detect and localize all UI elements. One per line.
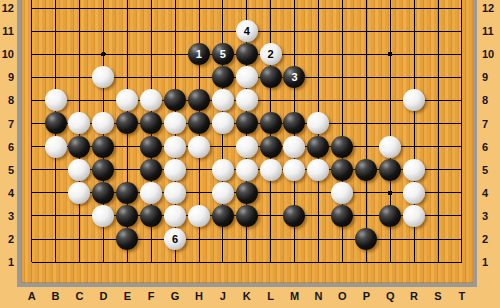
- black-stone-M7[interactable]: [283, 112, 305, 134]
- move-number-label: 1: [196, 43, 202, 65]
- white-stone-E8[interactable]: [116, 89, 138, 111]
- intersection-L6: [259, 135, 283, 158]
- row-label-right-9: 9: [482, 70, 500, 84]
- black-stone-G8[interactable]: [164, 89, 186, 111]
- intersection-K9: [235, 66, 259, 89]
- white-stone-C4[interactable]: [68, 182, 90, 204]
- intersection-E3: [115, 204, 139, 227]
- intersection-N7: [306, 112, 330, 135]
- intersection-M5: [283, 158, 307, 181]
- white-stone-O4[interactable]: [331, 182, 353, 204]
- row-label-left-12: 12: [0, 1, 14, 15]
- row-label-right-5: 5: [482, 163, 500, 177]
- white-stone-G5[interactable]: [164, 159, 186, 181]
- intersection-D4: [91, 181, 115, 204]
- intersection-H3: [187, 204, 211, 227]
- black-stone-H7[interactable]: [188, 112, 210, 134]
- intersection-D3: [91, 204, 115, 227]
- black-stone-K10[interactable]: [236, 43, 258, 65]
- intersection-J10: 5: [211, 43, 235, 66]
- white-stone-F8[interactable]: [140, 89, 162, 111]
- white-stone-R3[interactable]: [403, 205, 425, 227]
- row-label-left-1: 1: [0, 255, 14, 269]
- white-stone-R8[interactable]: [403, 89, 425, 111]
- white-stone-D7[interactable]: [92, 112, 114, 134]
- white-stone-H3[interactable]: [188, 205, 210, 227]
- white-stone-L10[interactable]: 2: [260, 43, 282, 65]
- white-stone-Q6[interactable]: [379, 136, 401, 158]
- intersection-J5: [211, 158, 235, 181]
- black-stone-L6[interactable]: [260, 136, 282, 158]
- black-stone-L9[interactable]: [260, 66, 282, 88]
- go-board[interactable]: 415236: [17, 0, 477, 287]
- intersection-H8: [187, 89, 211, 112]
- intersection-L9: [259, 66, 283, 89]
- row-label-right-7: 7: [482, 117, 500, 131]
- intersection-L10: 2: [259, 43, 283, 66]
- white-stone-L5[interactable]: [260, 159, 282, 181]
- move-number-label: 2: [268, 43, 274, 65]
- row-label-right-2: 2: [482, 232, 500, 246]
- white-stone-K5[interactable]: [236, 159, 258, 181]
- intersection-C6: [68, 135, 92, 158]
- intersection-B6: [44, 135, 68, 158]
- column-label-G: G: [166, 289, 184, 303]
- intersection-Q5: [378, 158, 402, 181]
- intersection-B7: [44, 112, 68, 135]
- intersection-E8: [115, 89, 139, 112]
- column-label-S: S: [429, 289, 447, 303]
- white-stone-K8[interactable]: [236, 89, 258, 111]
- intersection-E7: [115, 112, 139, 135]
- row-label-left-9: 9: [0, 70, 14, 84]
- white-stone-K11[interactable]: 4: [236, 20, 258, 42]
- white-stone-B6[interactable]: [45, 136, 67, 158]
- column-label-D: D: [94, 289, 112, 303]
- black-stone-F5[interactable]: [140, 159, 162, 181]
- black-stone-K7[interactable]: [236, 112, 258, 134]
- white-stone-M6[interactable]: [283, 136, 305, 158]
- black-stone-E7[interactable]: [116, 112, 138, 134]
- white-stone-F4[interactable]: [140, 182, 162, 204]
- intersection-F4: [139, 181, 163, 204]
- column-label-T: T: [453, 289, 471, 303]
- move-number-label: 6: [172, 228, 178, 250]
- intersection-R3: [402, 204, 426, 227]
- column-label-P: P: [357, 289, 375, 303]
- intersection-Q3: [378, 204, 402, 227]
- row-label-left-2: 2: [0, 232, 14, 246]
- white-stone-N5[interactable]: [307, 159, 329, 181]
- column-label-R: R: [405, 289, 423, 303]
- intersection-C7: [68, 112, 92, 135]
- black-stone-K4[interactable]: [236, 182, 258, 204]
- intersection-C4: [68, 181, 92, 204]
- white-stone-D9[interactable]: [92, 66, 114, 88]
- black-stone-M9[interactable]: 3: [283, 66, 305, 88]
- column-label-J: J: [214, 289, 232, 303]
- black-stone-B7[interactable]: [45, 112, 67, 134]
- white-stone-C7[interactable]: [68, 112, 90, 134]
- intersection-P5: [354, 158, 378, 181]
- white-stone-N7[interactable]: [307, 112, 329, 134]
- black-stone-F7[interactable]: [140, 112, 162, 134]
- intersection-J9: [211, 66, 235, 89]
- intersection-G8: [163, 89, 187, 112]
- intersection-E2: [115, 227, 139, 250]
- black-stone-C6[interactable]: [68, 136, 90, 158]
- intersection-D9: [91, 66, 115, 89]
- white-stone-G3[interactable]: [164, 205, 186, 227]
- intersection-K4: [235, 181, 259, 204]
- intersection-F5: [139, 158, 163, 181]
- black-stone-N6[interactable]: [307, 136, 329, 158]
- intersection-J8: [211, 89, 235, 112]
- intersection-N5: [306, 158, 330, 181]
- intersection-L5: [259, 158, 283, 181]
- intersection-O4: [330, 181, 354, 204]
- black-stone-M3[interactable]: [283, 205, 305, 227]
- black-stone-O5[interactable]: [331, 159, 353, 181]
- black-stone-H8[interactable]: [188, 89, 210, 111]
- black-stone-H10[interactable]: 1: [188, 43, 210, 65]
- intersection-K10: [235, 43, 259, 66]
- intersection-G7: [163, 112, 187, 135]
- row-label-right-8: 8: [482, 93, 500, 107]
- black-stone-J10[interactable]: 5: [212, 43, 234, 65]
- intersection-G5: [163, 158, 187, 181]
- row-label-left-3: 3: [0, 209, 14, 223]
- column-label-M: M: [286, 289, 304, 303]
- row-label-left-6: 6: [0, 140, 14, 154]
- black-stone-Q5[interactable]: [379, 159, 401, 181]
- white-stone-G7[interactable]: [164, 112, 186, 134]
- intersection-K11: 4: [235, 20, 259, 43]
- intersection-B8: [44, 89, 68, 112]
- intersection-R5: [402, 158, 426, 181]
- white-stone-K9[interactable]: [236, 66, 258, 88]
- intersection-M9: 3: [283, 66, 307, 89]
- white-stone-G6[interactable]: [164, 136, 186, 158]
- intersection-F7: [139, 112, 163, 135]
- black-stone-E3[interactable]: [116, 205, 138, 227]
- white-stone-J7[interactable]: [212, 112, 234, 134]
- black-stone-J9[interactable]: [212, 66, 234, 88]
- intersection-G4: [163, 181, 187, 204]
- white-stone-D3[interactable]: [92, 205, 114, 227]
- column-label-O: O: [333, 289, 351, 303]
- intersection-R8: [402, 89, 426, 112]
- black-stone-E2[interactable]: [116, 228, 138, 250]
- intersection-J3: [211, 204, 235, 227]
- black-stone-D4[interactable]: [92, 182, 114, 204]
- black-stone-P2[interactable]: [355, 228, 377, 250]
- black-stone-O3[interactable]: [331, 205, 353, 227]
- intersection-D7: [91, 112, 115, 135]
- intersection-M3: [283, 204, 307, 227]
- white-stone-J4[interactable]: [212, 182, 234, 204]
- intersection-C5: [68, 158, 92, 181]
- white-stone-G4[interactable]: [164, 182, 186, 204]
- black-stone-J3[interactable]: [212, 205, 234, 227]
- intersection-K3: [235, 204, 259, 227]
- intersection-O3: [330, 204, 354, 227]
- intersection-G2: 6: [163, 227, 187, 250]
- column-label-E: E: [118, 289, 136, 303]
- intersection-J4: [211, 181, 235, 204]
- white-stone-J5[interactable]: [212, 159, 234, 181]
- white-stone-M5[interactable]: [283, 159, 305, 181]
- move-number-label: 4: [244, 20, 250, 42]
- black-stone-K3[interactable]: [236, 205, 258, 227]
- intersection-G6: [163, 135, 187, 158]
- row-label-left-7: 7: [0, 117, 14, 131]
- intersection-H6: [187, 135, 211, 158]
- intersection-F3: [139, 204, 163, 227]
- white-stone-K6[interactable]: [236, 136, 258, 158]
- white-stone-R4[interactable]: [403, 182, 425, 204]
- column-label-C: C: [71, 289, 89, 303]
- black-stone-O6[interactable]: [331, 136, 353, 158]
- move-number-label: 3: [291, 66, 297, 88]
- row-label-right-4: 4: [482, 186, 500, 200]
- column-label-F: F: [142, 289, 160, 303]
- stones-grid: 415236: [20, 0, 474, 274]
- intersection-F6: [139, 135, 163, 158]
- row-label-right-1: 1: [482, 255, 500, 269]
- white-stone-B8[interactable]: [45, 89, 67, 111]
- intersection-J7: [211, 112, 235, 135]
- row-label-right-12: 12: [482, 1, 500, 15]
- column-label-N: N: [310, 289, 328, 303]
- intersection-H10: 1: [187, 43, 211, 66]
- column-label-K: K: [238, 289, 256, 303]
- black-stone-L7[interactable]: [260, 112, 282, 134]
- row-label-right-6: 6: [482, 140, 500, 154]
- move-number-label: 5: [220, 43, 226, 65]
- black-stone-F3[interactable]: [140, 205, 162, 227]
- black-stone-D6[interactable]: [92, 136, 114, 158]
- row-label-left-11: 11: [0, 24, 14, 38]
- column-label-B: B: [47, 289, 65, 303]
- column-label-Q: Q: [381, 289, 399, 303]
- row-label-left-10: 10: [0, 47, 14, 61]
- intersection-D5: [91, 158, 115, 181]
- white-stone-C5[interactable]: [68, 159, 90, 181]
- intersection-O6: [330, 135, 354, 158]
- intersection-R4: [402, 181, 426, 204]
- intersection-D6: [91, 135, 115, 158]
- white-stone-J8[interactable]: [212, 89, 234, 111]
- white-stone-R5[interactable]: [403, 159, 425, 181]
- intersection-Q6: [378, 135, 402, 158]
- column-label-L: L: [262, 289, 280, 303]
- intersection-G3: [163, 204, 187, 227]
- go-diagram: 415236 121211111010998877665544332211ABC…: [0, 0, 500, 308]
- intersection-F8: [139, 89, 163, 112]
- row-label-left-8: 8: [0, 93, 14, 107]
- black-stone-P5[interactable]: [355, 159, 377, 181]
- intersection-K5: [235, 158, 259, 181]
- row-label-right-3: 3: [482, 209, 500, 223]
- column-label-A: A: [23, 289, 41, 303]
- intersection-H7: [187, 112, 211, 135]
- row-label-right-10: 10: [482, 47, 500, 61]
- row-label-right-11: 11: [482, 24, 500, 38]
- white-stone-H6[interactable]: [188, 136, 210, 158]
- row-label-left-5: 5: [0, 163, 14, 177]
- black-stone-Q3[interactable]: [379, 205, 401, 227]
- intersection-M6: [283, 135, 307, 158]
- black-stone-E4[interactable]: [116, 182, 138, 204]
- column-label-H: H: [190, 289, 208, 303]
- white-stone-G2[interactable]: 6: [164, 228, 186, 250]
- intersection-K6: [235, 135, 259, 158]
- black-stone-F6[interactable]: [140, 136, 162, 158]
- intersection-O5: [330, 158, 354, 181]
- black-stone-D5[interactable]: [92, 159, 114, 181]
- intersection-E4: [115, 181, 139, 204]
- intersection-L7: [259, 112, 283, 135]
- intersection-M7: [283, 112, 307, 135]
- intersection-P2: [354, 227, 378, 250]
- row-label-left-4: 4: [0, 186, 14, 200]
- intersection-N6: [306, 135, 330, 158]
- intersection-K8: [235, 89, 259, 112]
- intersection-K7: [235, 112, 259, 135]
